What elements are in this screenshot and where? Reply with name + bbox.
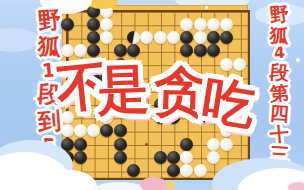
white-stone-c10r1 (194, 18, 207, 31)
left-banner-char-5: 到 (37, 109, 62, 134)
white-stone-c7r2 (154, 31, 167, 44)
white-stone-c11r10 (207, 138, 220, 151)
black-stone-c7r11 (154, 151, 167, 164)
left-banner-char-2: 狐 (37, 34, 62, 59)
overlay-title-char-4: 吃 (199, 73, 258, 132)
white-stone-c9r11 (180, 151, 193, 164)
white-stone-c12r1 (220, 18, 233, 31)
overlay-title-char-2: 是 (96, 62, 150, 116)
star-point (145, 143, 148, 146)
black-stone-c1r10 (74, 138, 87, 151)
white-stone-c10r12 (194, 164, 207, 177)
black-stone-c1r11 (74, 151, 87, 164)
pink-blob-decoration (140, 177, 167, 190)
black-stone-c4r10 (114, 138, 127, 151)
right-banner-char-4: 段 (269, 63, 289, 83)
pink-corner-decoration (288, 182, 304, 190)
left-banner-char-1: 野 (37, 8, 62, 33)
cloud-bottom-middle (92, 182, 147, 190)
black-stone-c2r1 (87, 18, 100, 31)
white-stone-c8r2 (167, 31, 180, 44)
white-stone-c12r10 (220, 138, 233, 151)
black-stone-c5r12 (127, 164, 140, 177)
white-stone-c9r1 (180, 18, 193, 31)
black-stone-c11r2 (207, 31, 220, 44)
black-stone-c9r10 (180, 138, 193, 151)
right-banner-char-6: 四 (269, 104, 289, 124)
white-stone-c11r1 (207, 18, 220, 31)
black-stone-c4r9 (114, 124, 127, 137)
black-stone-c8r12 (167, 164, 180, 177)
sparkle-dot (205, 6, 208, 9)
video-thumbnail: 野狐1段到5段 野狐4段第四十三局 不 是 贪 吃 (0, 0, 304, 190)
black-stone-c10r3 (194, 44, 207, 57)
right-banner-char-2: 狐 (269, 25, 289, 45)
white-stone-c10r2 (194, 31, 207, 44)
white-stone-c1r9 (74, 124, 87, 137)
black-stone-c4r11 (114, 151, 127, 164)
overlay-title-char-3: 贪 (153, 64, 207, 118)
white-stone-c12r4 (220, 58, 233, 71)
yellow-dot-decoration (166, 181, 175, 190)
white-stone-c11r11 (207, 151, 220, 164)
black-stone-c8r11 (167, 151, 180, 164)
sparkle-dot (296, 58, 300, 62)
half-stone-c5r2 (127, 31, 140, 44)
right-banner-char-1: 野 (269, 4, 290, 25)
